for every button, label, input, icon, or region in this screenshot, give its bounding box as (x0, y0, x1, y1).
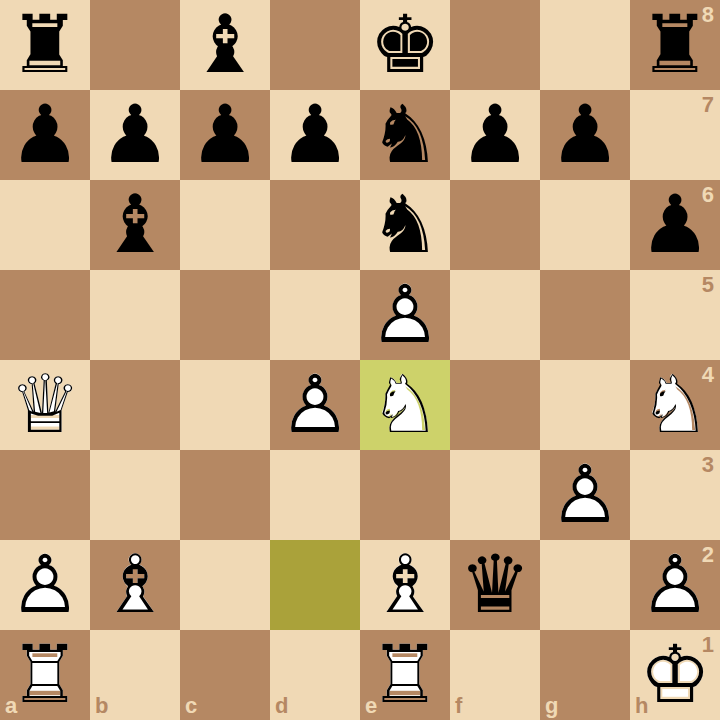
square-d2[interactable] (270, 540, 360, 630)
rank-label-1: 1 (702, 634, 714, 656)
rank-label-8: 8 (702, 4, 714, 26)
rank-label-5: 5 (702, 274, 714, 296)
piece-black-pawn[interactable]: ♟ (270, 90, 360, 180)
white-piece-outline: ♙ (0, 540, 90, 630)
square-c4[interactable] (180, 360, 270, 450)
square-d3[interactable] (270, 450, 360, 540)
file-label-h: h (635, 695, 648, 717)
square-e6[interactable]: ♞ (360, 180, 450, 270)
square-h1[interactable]: ♚♔1h (630, 630, 720, 720)
file-label-g: g (545, 695, 558, 717)
chess-board: ♜♝♚♜8♟♟♟♟♞♟♟7♝♞♟6♟♙5♛♕♟♙♞♘♞♘4♟♙3♟♙♝♗♝♗♛♟… (0, 0, 720, 720)
black-piece-glyph: ♞ (360, 180, 450, 270)
square-h3[interactable]: 3 (630, 450, 720, 540)
piece-black-king[interactable]: ♚ (360, 0, 450, 90)
piece-white-bishop[interactable]: ♝♗ (360, 540, 450, 630)
square-d7[interactable]: ♟ (270, 90, 360, 180)
square-a5[interactable] (0, 270, 90, 360)
rank-label-7: 7 (702, 94, 714, 116)
square-h5[interactable]: 5 (630, 270, 720, 360)
file-label-a: a (5, 695, 17, 717)
square-b3[interactable] (90, 450, 180, 540)
piece-black-queen[interactable]: ♛ (450, 540, 540, 630)
square-a4[interactable]: ♛♕ (0, 360, 90, 450)
square-f7[interactable]: ♟ (450, 90, 540, 180)
piece-white-queen[interactable]: ♛♕ (0, 360, 90, 450)
square-b5[interactable] (90, 270, 180, 360)
white-piece-outline: ♘ (360, 360, 450, 450)
square-h7[interactable]: 7 (630, 90, 720, 180)
square-h4[interactable]: ♞♘4 (630, 360, 720, 450)
black-piece-glyph: ♟ (0, 90, 90, 180)
black-piece-glyph: ♟ (270, 90, 360, 180)
square-b1[interactable]: b (90, 630, 180, 720)
square-f2[interactable]: ♛ (450, 540, 540, 630)
square-f1[interactable]: f (450, 630, 540, 720)
rank-label-3: 3 (702, 454, 714, 476)
square-a8[interactable]: ♜ (0, 0, 90, 90)
piece-black-pawn[interactable]: ♟ (450, 90, 540, 180)
square-g2[interactable] (540, 540, 630, 630)
square-f3[interactable] (450, 450, 540, 540)
square-h8[interactable]: ♜8 (630, 0, 720, 90)
file-label-e: e (365, 695, 377, 717)
black-piece-glyph: ♟ (180, 90, 270, 180)
square-g8[interactable] (540, 0, 630, 90)
square-a1[interactable]: ♜♖a (0, 630, 90, 720)
file-label-d: d (275, 695, 288, 717)
black-piece-glyph: ♛ (450, 540, 540, 630)
square-b2[interactable]: ♝♗ (90, 540, 180, 630)
square-b6[interactable]: ♝ (90, 180, 180, 270)
square-f6[interactable] (450, 180, 540, 270)
square-g5[interactable] (540, 270, 630, 360)
square-c7[interactable]: ♟ (180, 90, 270, 180)
rank-label-4: 4 (702, 364, 714, 386)
file-label-c: c (185, 695, 197, 717)
rank-label-2: 2 (702, 544, 714, 566)
white-piece-outline: ♕ (0, 360, 90, 450)
square-g1[interactable]: g (540, 630, 630, 720)
black-piece-glyph: ♚ (360, 0, 450, 90)
white-piece-outline: ♗ (90, 540, 180, 630)
square-f4[interactable] (450, 360, 540, 450)
piece-white-pawn[interactable]: ♟♙ (0, 540, 90, 630)
square-e1[interactable]: ♜♖e (360, 630, 450, 720)
piece-white-pawn[interactable]: ♟♙ (270, 360, 360, 450)
square-g4[interactable] (540, 360, 630, 450)
black-piece-glyph: ♞ (360, 90, 450, 180)
square-e7[interactable]: ♞ (360, 90, 450, 180)
square-e2[interactable]: ♝♗ (360, 540, 450, 630)
piece-black-bishop[interactable]: ♝ (90, 180, 180, 270)
piece-black-bishop[interactable]: ♝ (180, 0, 270, 90)
piece-black-pawn[interactable]: ♟ (540, 90, 630, 180)
piece-white-pawn[interactable]: ♟♙ (540, 450, 630, 540)
square-a2[interactable]: ♟♙ (0, 540, 90, 630)
square-c3[interactable] (180, 450, 270, 540)
file-label-f: f (455, 695, 462, 717)
white-piece-outline: ♙ (540, 450, 630, 540)
square-a6[interactable] (0, 180, 90, 270)
rank-label-6: 6 (702, 184, 714, 206)
square-g6[interactable] (540, 180, 630, 270)
square-a3[interactable] (0, 450, 90, 540)
square-g7[interactable]: ♟ (540, 90, 630, 180)
square-d1[interactable]: d (270, 630, 360, 720)
square-d4[interactable]: ♟♙ (270, 360, 360, 450)
square-b8[interactable] (90, 0, 180, 90)
black-piece-glyph: ♝ (180, 0, 270, 90)
square-e8[interactable]: ♚ (360, 0, 450, 90)
white-piece-outline: ♙ (360, 270, 450, 360)
black-piece-glyph: ♟ (540, 90, 630, 180)
file-label-b: b (95, 695, 108, 717)
black-piece-glyph: ♟ (90, 90, 180, 180)
piece-white-pawn[interactable]: ♟♙ (360, 270, 450, 360)
square-h2[interactable]: ♟♙2 (630, 540, 720, 630)
white-piece-outline: ♙ (270, 360, 360, 450)
square-d6[interactable] (270, 180, 360, 270)
square-c8[interactable]: ♝ (180, 0, 270, 90)
square-b7[interactable]: ♟ (90, 90, 180, 180)
piece-white-bishop[interactable]: ♝♗ (90, 540, 180, 630)
square-d5[interactable] (270, 270, 360, 360)
black-piece-glyph: ♟ (450, 90, 540, 180)
square-e4[interactable]: ♞♘ (360, 360, 450, 450)
square-d8[interactable] (270, 0, 360, 90)
square-b4[interactable] (90, 360, 180, 450)
piece-black-pawn[interactable]: ♟ (0, 90, 90, 180)
square-f8[interactable] (450, 0, 540, 90)
square-c6[interactable] (180, 180, 270, 270)
square-g3[interactable]: ♟♙ (540, 450, 630, 540)
white-piece-outline: ♗ (360, 540, 450, 630)
square-h6[interactable]: ♟6 (630, 180, 720, 270)
piece-black-pawn[interactable]: ♟ (180, 90, 270, 180)
square-c2[interactable] (180, 540, 270, 630)
piece-black-rook[interactable]: ♜ (0, 0, 90, 90)
piece-white-knight[interactable]: ♞♘ (360, 360, 450, 450)
square-a7[interactable]: ♟ (0, 90, 90, 180)
black-piece-glyph: ♜ (0, 0, 90, 90)
black-piece-glyph: ♝ (90, 180, 180, 270)
square-f5[interactable] (450, 270, 540, 360)
square-c5[interactable] (180, 270, 270, 360)
square-e3[interactable] (360, 450, 450, 540)
piece-black-knight[interactable]: ♞ (360, 180, 450, 270)
square-c1[interactable]: c (180, 630, 270, 720)
square-e5[interactable]: ♟♙ (360, 270, 450, 360)
piece-black-pawn[interactable]: ♟ (90, 90, 180, 180)
piece-black-knight[interactable]: ♞ (360, 90, 450, 180)
